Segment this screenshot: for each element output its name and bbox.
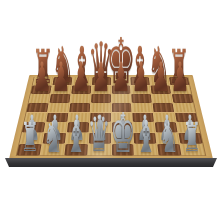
- piece-copper-pawn-c7[interactable]: ♟: [72, 57, 91, 98]
- piece-silver-queen-d1[interactable]: ♛: [88, 110, 111, 159]
- piece-copper-pawn-e7[interactable]: ♟: [111, 57, 130, 98]
- piece-copper-pawn-b7[interactable]: ♟: [52, 57, 71, 98]
- piece-silver-bishop-c1[interactable]: ♝: [66, 114, 87, 158]
- piece-silver-king-e1[interactable]: ♚: [110, 106, 135, 161]
- piece-copper-pawn-g7[interactable]: ♟: [151, 57, 170, 98]
- chess-set-photo: ♜♞♝♛♚♝♞♜♟♟♟♟♟♟♟♟♟♟♟♟♟♟♟♟♜♞♝♛♚♝♞♜: [0, 0, 222, 222]
- piece-silver-knight-g1[interactable]: ♞: [159, 115, 179, 158]
- piece-silver-rook-h1[interactable]: ♜: [183, 117, 202, 157]
- piece-copper-pawn-d7[interactable]: ♟: [92, 57, 111, 98]
- piece-copper-pawn-a7[interactable]: ♟: [32, 57, 51, 98]
- piece-silver-rook-a1[interactable]: ♜: [20, 117, 39, 157]
- piece-copper-pawn-h7[interactable]: ♟: [171, 57, 190, 98]
- piece-silver-knight-b1[interactable]: ♞: [43, 115, 63, 158]
- piece-silver-bishop-f1[interactable]: ♝: [135, 114, 156, 158]
- piece-copper-pawn-f7[interactable]: ♟: [131, 57, 150, 98]
